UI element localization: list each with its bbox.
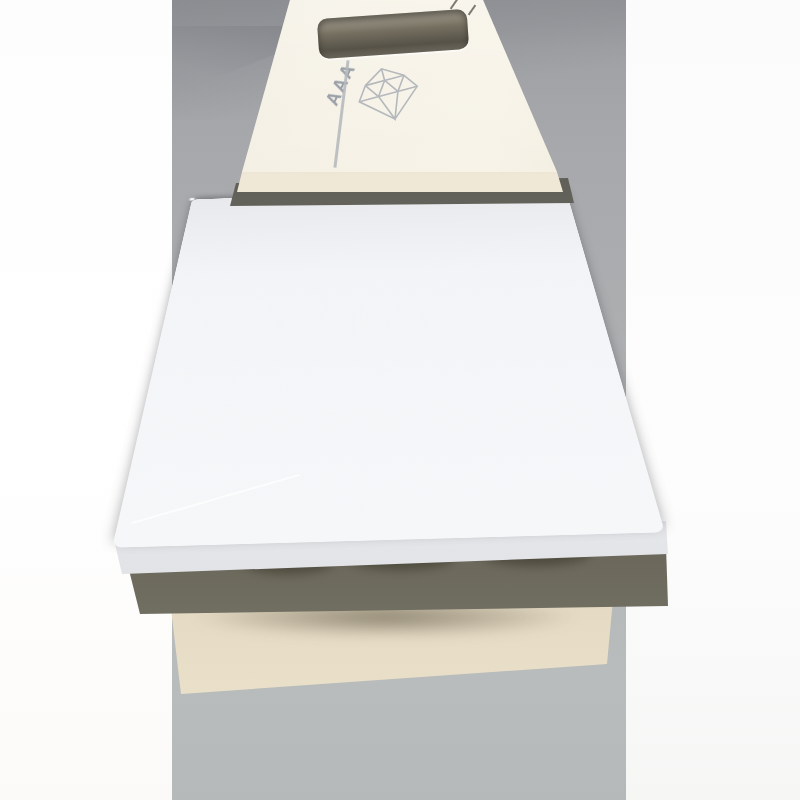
product-photo: AAA: [0, 0, 800, 800]
white-right-band: [626, 0, 800, 800]
